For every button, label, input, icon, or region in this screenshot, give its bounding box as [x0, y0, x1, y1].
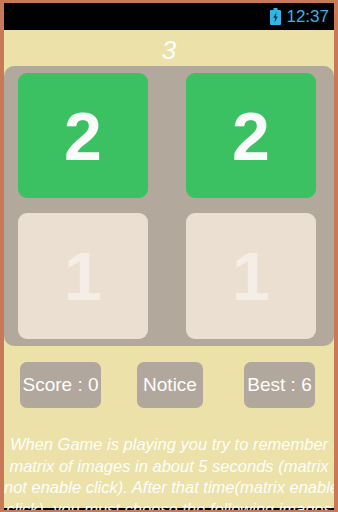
instructions-line-3: not enable click). After that time(matri… [4, 477, 334, 499]
instructions-line-4: click) ,you must choose the following im… [4, 499, 334, 511]
score-button[interactable]: Score : 0 [20, 362, 101, 408]
instructions-line-1: When Game is playing you try to remember [4, 434, 334, 456]
instructions-line-2: matrix of images in about 5 seconds (mat… [4, 456, 334, 478]
tile-r1c1[interactable]: 1 [186, 213, 316, 339]
countdown-timer: 3 [4, 33, 334, 67]
instructions-text: When Game is playing you try to remember… [4, 434, 334, 510]
tile-r0c0[interactable]: 2 [18, 73, 148, 198]
tile-r1c0[interactable]: 1 [18, 213, 148, 339]
status-bar: 12:37 [4, 3, 334, 30]
tile-r0c1[interactable]: 2 [186, 73, 316, 198]
phone-screenshot: 12:37 3 2 2 1 1 Score : 0 Notice Best : … [0, 0, 338, 512]
screen-inner: 12:37 3 2 2 1 1 Score : 0 Notice Best : … [4, 3, 334, 510]
best-score-button[interactable]: Best : 6 [244, 362, 315, 408]
battery-charging-icon [270, 8, 281, 25]
notice-button[interactable]: Notice [137, 362, 203, 408]
game-board: 2 2 1 1 [4, 66, 334, 346]
status-clock: 12:37 [286, 8, 329, 25]
